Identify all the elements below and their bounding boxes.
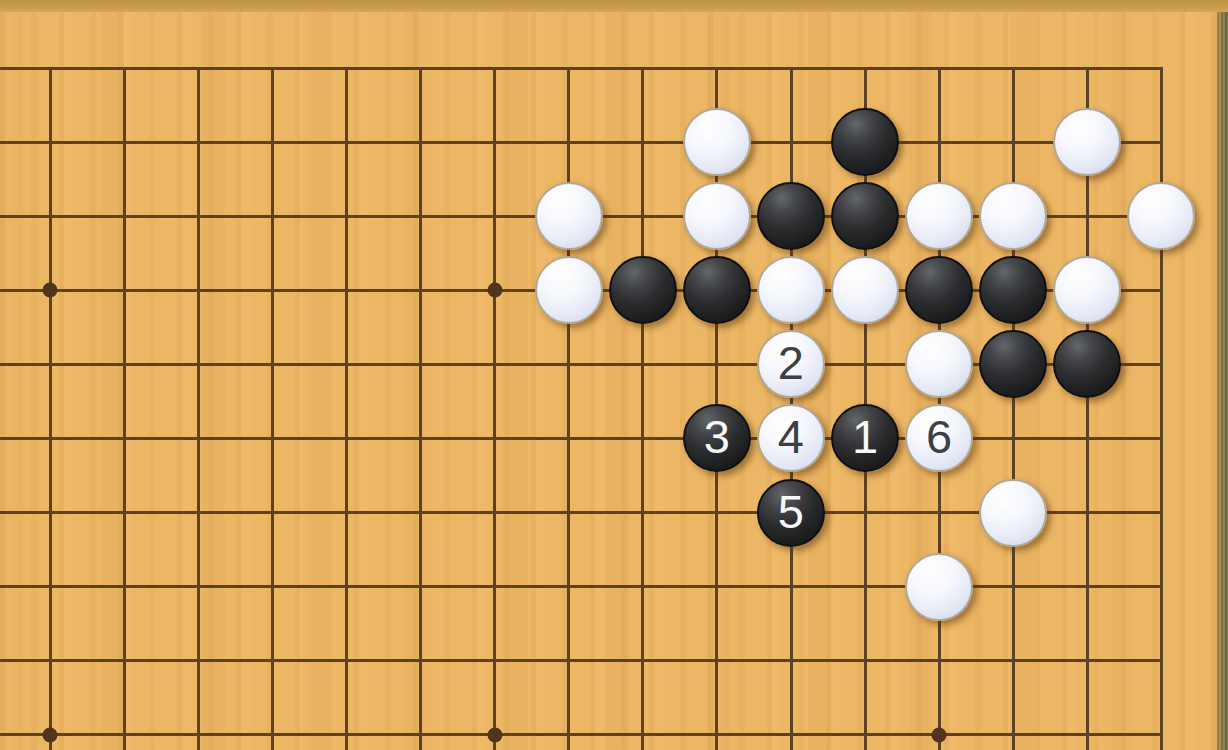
board-cell-kd <box>532 253 606 327</box>
stone-black-qe <box>979 330 1047 398</box>
board-cell-qe <box>976 327 1050 401</box>
go-board[interactable]: 234165 <box>0 0 1228 750</box>
board-cell-mf: 3 <box>680 401 754 475</box>
board-cell-ne: 2 <box>754 327 828 401</box>
move-number-label: 2 <box>778 339 804 389</box>
board-right-edge <box>1217 0 1228 750</box>
board-cell-qc <box>976 179 1050 253</box>
board-cell-ng: 5 <box>754 476 828 550</box>
board-cell-pc <box>902 179 976 253</box>
stone-black-md <box>683 256 751 324</box>
board-cell-oc <box>828 179 902 253</box>
board-cell-qg <box>976 476 1050 550</box>
stone-black-oc <box>831 182 899 250</box>
board-top-edge <box>0 0 1228 12</box>
stone-black-ng-move-5: 5 <box>757 479 825 547</box>
board-cell-ld <box>606 253 680 327</box>
stone-black-nc <box>757 182 825 250</box>
stone-white-kd <box>535 256 603 324</box>
board-cell-kc <box>532 179 606 253</box>
board-cell-nf: 4 <box>754 401 828 475</box>
stone-white-od <box>831 256 899 324</box>
stone-white-sc <box>1127 182 1195 250</box>
stone-white-ne-move-2: 2 <box>757 330 825 398</box>
stone-white-ph <box>905 553 973 621</box>
stone-white-nf-move-4: 4 <box>757 404 825 472</box>
stone-white-mc <box>683 182 751 250</box>
board-cell-sc <box>1124 179 1198 253</box>
board-cell-od <box>828 253 902 327</box>
stone-white-mb <box>683 108 751 176</box>
stone-white-nd <box>757 256 825 324</box>
stone-white-pf-move-6: 6 <box>905 404 973 472</box>
move-number-label: 1 <box>852 413 878 463</box>
board-cell-nd <box>754 253 828 327</box>
board-cell-mb <box>680 105 754 179</box>
board-cell-rb <box>1050 105 1124 179</box>
stone-black-ld <box>609 256 677 324</box>
stone-black-re <box>1053 330 1121 398</box>
board-cell-pd <box>902 253 976 327</box>
board-cell-md <box>680 253 754 327</box>
stone-white-rb <box>1053 108 1121 176</box>
stone-white-pc <box>905 182 973 250</box>
move-number-label: 6 <box>926 413 952 463</box>
board-cell-mc <box>680 179 754 253</box>
stone-white-kc <box>535 182 603 250</box>
stone-white-qg <box>979 479 1047 547</box>
move-number-label: 3 <box>704 413 730 463</box>
board-cell-ob <box>828 105 902 179</box>
stone-black-pd <box>905 256 973 324</box>
board-cell-of: 1 <box>828 401 902 475</box>
board-cell-nc <box>754 179 828 253</box>
stone-white-rd <box>1053 256 1121 324</box>
stones-layer: 234165 <box>13 31 1199 750</box>
board-cell-rd <box>1050 253 1124 327</box>
board-cell-qd <box>976 253 1050 327</box>
stone-black-ob <box>831 108 899 176</box>
stone-black-of-move-1: 1 <box>831 404 899 472</box>
board-cell-pf: 6 <box>902 401 976 475</box>
go-app-screen: 234165 <box>0 0 1228 750</box>
move-number-label: 5 <box>778 488 804 538</box>
stone-white-pe <box>905 330 973 398</box>
stone-white-qc <box>979 182 1047 250</box>
stone-black-qd <box>979 256 1047 324</box>
board-cell-pe <box>902 327 976 401</box>
board-cell-ph <box>902 550 976 624</box>
board-cell-re <box>1050 327 1124 401</box>
move-number-label: 4 <box>778 413 804 463</box>
stone-black-mf-move-3: 3 <box>683 404 751 472</box>
